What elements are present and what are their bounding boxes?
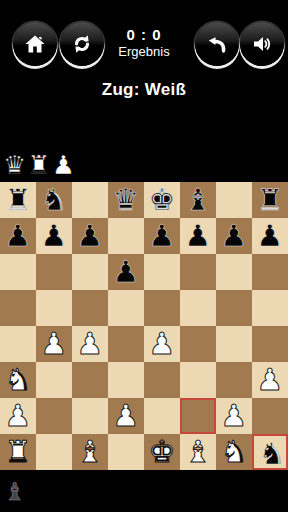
square-a7[interactable]: ♟ bbox=[0, 218, 36, 254]
piece-black-pawn: ♟ bbox=[0, 218, 36, 254]
piece-black-queen: ♛ bbox=[108, 182, 144, 218]
square-g2[interactable]: ♟ bbox=[216, 398, 252, 434]
square-b5[interactable] bbox=[36, 290, 72, 326]
square-e6[interactable] bbox=[144, 254, 180, 290]
square-d7[interactable] bbox=[108, 218, 144, 254]
piece-black-pawn: ♟ bbox=[108, 254, 144, 290]
square-d2[interactable]: ♟ bbox=[108, 398, 144, 434]
square-b7[interactable]: ♟ bbox=[36, 218, 72, 254]
square-b3[interactable] bbox=[36, 362, 72, 398]
square-c7[interactable]: ♟ bbox=[72, 218, 108, 254]
square-f6[interactable] bbox=[180, 254, 216, 290]
square-d3[interactable] bbox=[108, 362, 144, 398]
square-a3[interactable]: ♞ bbox=[0, 362, 36, 398]
sound-icon bbox=[250, 32, 274, 56]
piece-black-knight: ♞ bbox=[36, 182, 72, 218]
square-h1[interactable]: ♞ bbox=[252, 434, 288, 470]
square-a5[interactable] bbox=[0, 290, 36, 326]
piece-black-king: ♚ bbox=[144, 182, 180, 218]
square-d5[interactable] bbox=[108, 290, 144, 326]
square-d4[interactable] bbox=[108, 326, 144, 362]
square-h3[interactable]: ♟ bbox=[252, 362, 288, 398]
piece-white-pawn: ♟ bbox=[144, 326, 180, 362]
square-d8[interactable]: ♛ bbox=[108, 182, 144, 218]
square-h5[interactable] bbox=[252, 290, 288, 326]
restart-icon bbox=[70, 32, 94, 56]
square-f8[interactable]: ♝ bbox=[180, 182, 216, 218]
toolbar: 0 : 0 Ergebnis bbox=[0, 0, 288, 72]
home-icon bbox=[23, 32, 47, 56]
square-f7[interactable]: ♟ bbox=[180, 218, 216, 254]
square-a6[interactable] bbox=[0, 254, 36, 290]
square-c1[interactable]: ♝ bbox=[72, 434, 108, 470]
piece-black-knight: ♞ bbox=[254, 436, 288, 472]
square-h2[interactable] bbox=[252, 398, 288, 434]
piece-white-rook: ♜ bbox=[0, 434, 36, 470]
home-button[interactable] bbox=[13, 22, 57, 66]
score-label: Ergebnis bbox=[96, 44, 192, 60]
piece-black-rook: ♜ bbox=[252, 182, 288, 218]
square-b8[interactable]: ♞ bbox=[36, 182, 72, 218]
square-d1[interactable] bbox=[108, 434, 144, 470]
square-b1[interactable] bbox=[36, 434, 72, 470]
captured-white-queen: ♛ bbox=[3, 150, 26, 180]
piece-black-pawn: ♟ bbox=[36, 218, 72, 254]
piece-white-king: ♚ bbox=[144, 434, 180, 470]
square-g8[interactable] bbox=[216, 182, 252, 218]
captured-black-pieces-tray: ♝ bbox=[4, 474, 26, 506]
square-e4[interactable]: ♟ bbox=[144, 326, 180, 362]
square-h8[interactable]: ♜ bbox=[252, 182, 288, 218]
piece-black-pawn: ♟ bbox=[72, 218, 108, 254]
square-e3[interactable] bbox=[144, 362, 180, 398]
piece-white-pawn: ♟ bbox=[0, 398, 36, 434]
square-g5[interactable] bbox=[216, 290, 252, 326]
square-g1[interactable]: ♞ bbox=[216, 434, 252, 470]
piece-white-pawn: ♟ bbox=[252, 362, 288, 398]
square-c8[interactable] bbox=[72, 182, 108, 218]
piece-black-pawn: ♟ bbox=[252, 218, 288, 254]
square-h7[interactable]: ♟ bbox=[252, 218, 288, 254]
piece-white-knight: ♞ bbox=[216, 434, 252, 470]
square-g7[interactable]: ♟ bbox=[216, 218, 252, 254]
square-g3[interactable] bbox=[216, 362, 252, 398]
piece-white-knight: ♞ bbox=[0, 362, 36, 398]
square-a1[interactable]: ♜ bbox=[0, 434, 36, 470]
square-c4[interactable]: ♟ bbox=[72, 326, 108, 362]
piece-white-pawn: ♟ bbox=[108, 398, 144, 434]
score-block: 0 : 0 Ergebnis bbox=[96, 26, 192, 60]
square-e1[interactable]: ♚ bbox=[144, 434, 180, 470]
turn-indicator: Zug: Weiß bbox=[0, 80, 288, 100]
captured-white-rook: ♜ bbox=[27, 150, 50, 180]
square-e8[interactable]: ♚ bbox=[144, 182, 180, 218]
captured-white-pawn: ♟ bbox=[52, 150, 75, 180]
undo-button[interactable] bbox=[195, 22, 239, 66]
piece-white-bishop: ♝ bbox=[72, 434, 108, 470]
piece-white-bishop: ♝ bbox=[180, 434, 216, 470]
undo-icon bbox=[205, 32, 229, 56]
square-a8[interactable]: ♜ bbox=[0, 182, 36, 218]
piece-black-pawn: ♟ bbox=[216, 218, 252, 254]
captured-white-pieces-tray: ♛♜♟ bbox=[3, 146, 75, 180]
piece-black-pawn: ♟ bbox=[180, 218, 216, 254]
square-f5[interactable] bbox=[180, 290, 216, 326]
piece-black-pawn: ♟ bbox=[144, 218, 180, 254]
chess-board: ♜♞♛♚♝♜♟♟♟♟♟♟♟♟♟♟♟♞♟♟♟♟♜♝♚♝♞♞ bbox=[0, 182, 288, 470]
sound-button[interactable] bbox=[240, 22, 284, 66]
square-b6[interactable] bbox=[36, 254, 72, 290]
square-b2[interactable] bbox=[36, 398, 72, 434]
square-c3[interactable] bbox=[72, 362, 108, 398]
square-g6[interactable] bbox=[216, 254, 252, 290]
chess-app-screen: 0 : 0 Ergebnis Zug: Weiß ♛♜♟ ♜♞♛♚♝♜♟♟♟ bbox=[0, 0, 288, 512]
piece-white-pawn: ♟ bbox=[36, 326, 72, 362]
square-h4[interactable] bbox=[252, 326, 288, 362]
piece-black-rook: ♜ bbox=[0, 182, 36, 218]
score-text: 0 : 0 bbox=[96, 26, 192, 44]
piece-white-pawn: ♟ bbox=[216, 398, 252, 434]
square-e2[interactable] bbox=[144, 398, 180, 434]
captured-black-bishop: ♝ bbox=[4, 478, 26, 506]
square-c6[interactable] bbox=[72, 254, 108, 290]
square-g4[interactable] bbox=[216, 326, 252, 362]
piece-white-pawn: ♟ bbox=[72, 326, 108, 362]
square-c2[interactable] bbox=[72, 398, 108, 434]
square-b4[interactable]: ♟ bbox=[36, 326, 72, 362]
square-f2[interactable] bbox=[180, 398, 216, 434]
square-d6[interactable]: ♟ bbox=[108, 254, 144, 290]
square-h6[interactable] bbox=[252, 254, 288, 290]
square-f4[interactable] bbox=[180, 326, 216, 362]
square-e7[interactable]: ♟ bbox=[144, 218, 180, 254]
square-c5[interactable] bbox=[72, 290, 108, 326]
square-f3[interactable] bbox=[180, 362, 216, 398]
square-e5[interactable] bbox=[144, 290, 180, 326]
square-a4[interactable] bbox=[0, 326, 36, 362]
square-a2[interactable]: ♟ bbox=[0, 398, 36, 434]
piece-black-bishop: ♝ bbox=[180, 182, 216, 218]
square-f1[interactable]: ♝ bbox=[180, 434, 216, 470]
